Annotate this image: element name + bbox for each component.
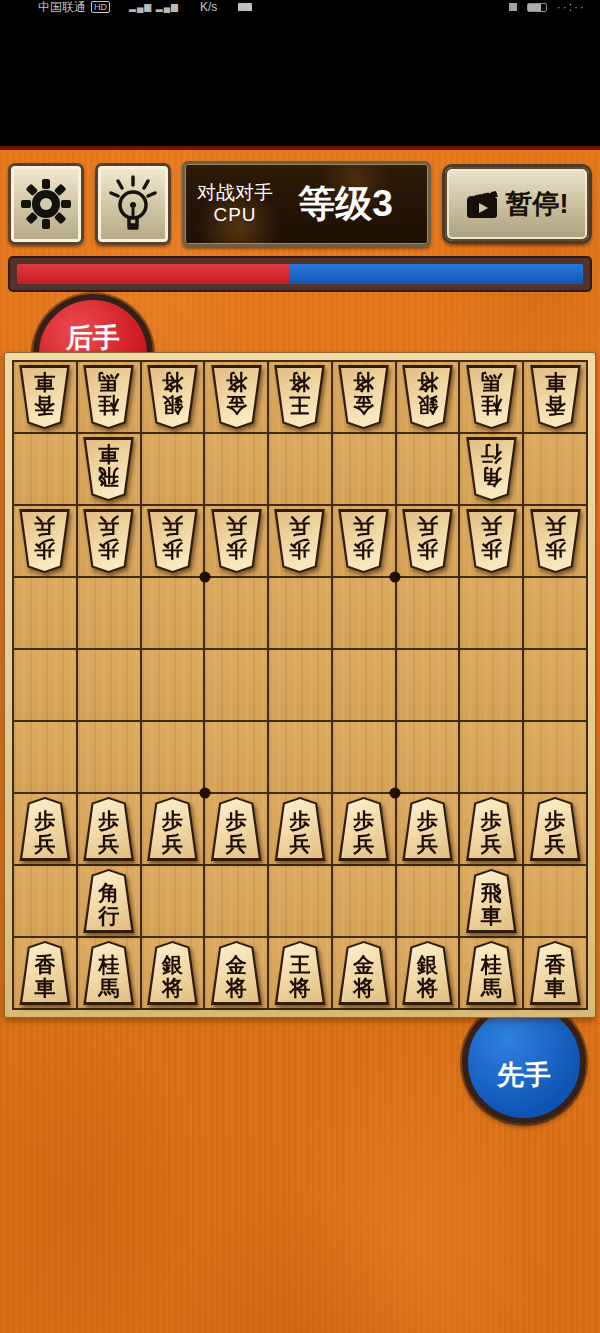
board-cell[interactable]: 歩兵 <box>333 506 395 576</box>
gote-piece-wrap: 銀将 <box>400 365 455 429</box>
board-cell[interactable]: 桂馬 <box>460 362 522 432</box>
board-cell[interactable] <box>460 650 522 720</box>
gote-piece-wrap: 歩兵 <box>81 509 136 573</box>
alarm-icon <box>509 3 517 11</box>
piece-character: 桂 <box>98 395 119 418</box>
board-cell[interactable]: 角行 <box>460 434 522 504</box>
shogi-piece-G[interactable]: 金将 <box>336 365 391 429</box>
shogi-piece-P[interactable]: 歩兵 <box>400 797 455 861</box>
piece-character: 将 <box>226 976 247 999</box>
board-cell[interactable] <box>269 650 331 720</box>
shogi-piece-S[interactable]: 銀将 <box>400 365 455 429</box>
piece-character: 車 <box>34 976 55 999</box>
battery-icon <box>527 3 547 12</box>
clapperboard-icon <box>466 188 500 220</box>
shogi-piece-P[interactable]: 歩兵 <box>528 797 583 861</box>
shogi-piece-P[interactable]: 歩兵 <box>464 509 519 573</box>
shogi-piece-L[interactable]: 香車 <box>528 941 583 1005</box>
board-cell[interactable]: 歩兵 <box>460 506 522 576</box>
piece-character: 歩 <box>98 809 119 832</box>
board-cell[interactable] <box>78 578 140 648</box>
piece-character: 車 <box>481 904 502 927</box>
piece-character: 銀 <box>417 395 438 418</box>
shogi-piece-B[interactable]: 角行 <box>81 869 136 933</box>
board-cell[interactable]: 歩兵 <box>78 506 140 576</box>
piece-character: 香 <box>545 953 566 976</box>
sente-piece-wrap: 歩兵 <box>528 797 583 861</box>
signal-bars-icon: ▂▄▆ ▂▄▆ <box>129 2 179 12</box>
gote-piece-wrap: 香車 <box>528 365 583 429</box>
shogi-piece-P[interactable]: 歩兵 <box>336 797 391 861</box>
opponent-label: 对战对手 <box>197 182 273 204</box>
sente-piece-wrap: 銀将 <box>145 941 200 1005</box>
gote-piece-wrap: 金将 <box>336 365 391 429</box>
gote-piece-wrap: 飛車 <box>81 437 136 501</box>
hint-button[interactable] <box>95 163 171 245</box>
piece-character: 桂 <box>481 953 502 976</box>
sente-piece-wrap: 歩兵 <box>400 797 455 861</box>
board-cell[interactable] <box>397 434 459 504</box>
board-cell[interactable]: 香車 <box>14 938 76 1008</box>
board-cell[interactable] <box>460 578 522 648</box>
board-cell[interactable] <box>205 866 267 936</box>
shogi-piece-L[interactable]: 香車 <box>528 365 583 429</box>
piece-character: 兵 <box>353 832 374 855</box>
shogi-board-frame: 香車桂馬銀将金将王将金将銀将桂馬香車飛車角行歩兵歩兵歩兵歩兵歩兵歩兵歩兵歩兵歩兵… <box>4 352 596 1018</box>
piece-character: 兵 <box>226 516 247 539</box>
piece-character: 兵 <box>98 516 119 539</box>
board-cell[interactable] <box>524 650 586 720</box>
piece-character: 歩 <box>417 809 438 832</box>
shogi-piece-P[interactable]: 歩兵 <box>145 509 200 573</box>
carrier-label: 中国联通 <box>38 0 86 16</box>
shogi-piece-P[interactable]: 歩兵 <box>272 797 327 861</box>
board-cell[interactable]: 王将 <box>269 362 331 432</box>
piece-character: 将 <box>226 372 247 395</box>
evaluation-red-segment <box>17 264 289 284</box>
piece-character: 歩 <box>353 539 374 562</box>
lightbulb-icon <box>106 175 160 233</box>
board-cell[interactable]: 歩兵 <box>333 794 395 864</box>
shogi-piece-N[interactable]: 桂馬 <box>464 365 519 429</box>
piece-character: 将 <box>417 372 438 395</box>
gear-icon <box>20 178 72 230</box>
shogi-piece-P[interactable]: 歩兵 <box>81 509 136 573</box>
shogi-board: 香車桂馬銀将金将王将金将銀将桂馬香車飛車角行歩兵歩兵歩兵歩兵歩兵歩兵歩兵歩兵歩兵… <box>12 360 588 1010</box>
piece-character: 金 <box>353 953 374 976</box>
piece-character: 角 <box>481 467 502 490</box>
piece-character: 歩 <box>289 539 310 562</box>
board-cell[interactable]: 桂馬 <box>78 362 140 432</box>
piece-character: 飛 <box>481 881 502 904</box>
gote-piece-wrap: 金将 <box>209 365 264 429</box>
shogi-piece-G[interactable]: 金将 <box>209 365 264 429</box>
status-misc-icon <box>238 3 252 11</box>
shogi-piece-N[interactable]: 桂馬 <box>81 365 136 429</box>
piece-character: 銀 <box>417 953 438 976</box>
board-cell[interactable]: 歩兵 <box>205 794 267 864</box>
board-cell[interactable] <box>269 578 331 648</box>
piece-character: 歩 <box>226 539 247 562</box>
cpu-level-label: 等级3 <box>273 179 418 229</box>
opponent-type-label: CPU <box>197 204 273 226</box>
board-cell[interactable] <box>397 722 459 792</box>
piece-character: 将 <box>289 976 310 999</box>
board-cell[interactable]: 金将 <box>205 362 267 432</box>
board-cell[interactable] <box>524 578 586 648</box>
board-cell[interactable] <box>142 650 204 720</box>
shogi-piece-P[interactable]: 歩兵 <box>272 509 327 573</box>
sente-piece-wrap: 銀将 <box>400 941 455 1005</box>
board-cell[interactable] <box>397 866 459 936</box>
piece-character: 将 <box>353 372 374 395</box>
piece-character: 金 <box>353 395 374 418</box>
board-cell[interactable]: 香車 <box>14 362 76 432</box>
gote-piece-wrap: 歩兵 <box>17 509 72 573</box>
sente-piece-wrap: 香車 <box>17 941 72 1005</box>
sente-piece-wrap: 角行 <box>81 869 136 933</box>
board-cell[interactable] <box>524 866 586 936</box>
piece-character: 歩 <box>417 539 438 562</box>
opponent-info-panel: 对战对手 CPU 等级3 <box>182 161 431 247</box>
board-cell[interactable] <box>14 866 76 936</box>
shogi-piece-N[interactable]: 桂馬 <box>464 941 519 1005</box>
board-cell[interactable]: 飛車 <box>78 434 140 504</box>
piece-character: 歩 <box>34 809 55 832</box>
board-cell[interactable]: 歩兵 <box>142 794 204 864</box>
board-cell[interactable] <box>333 866 395 936</box>
shogi-piece-G[interactable]: 金将 <box>336 941 391 1005</box>
board-cell[interactable]: 金将 <box>333 362 395 432</box>
gote-piece-wrap: 銀将 <box>145 365 200 429</box>
sente-piece-wrap: 歩兵 <box>81 797 136 861</box>
board-cell[interactable]: 香車 <box>524 362 586 432</box>
board-cell[interactable]: 歩兵 <box>269 506 331 576</box>
piece-character: 歩 <box>545 809 566 832</box>
hd-badge: HD <box>91 1 110 13</box>
piece-character: 兵 <box>34 516 55 539</box>
piece-character: 角 <box>98 881 119 904</box>
board-cell[interactable]: 金将 <box>333 938 395 1008</box>
piece-character: 兵 <box>98 832 119 855</box>
piece-character: 歩 <box>481 809 502 832</box>
piece-character: 飛 <box>98 467 119 490</box>
piece-character: 兵 <box>289 516 310 539</box>
shogi-piece-L[interactable]: 香車 <box>17 941 72 1005</box>
board-cell[interactable]: 歩兵 <box>524 506 586 576</box>
piece-character: 馬 <box>98 372 119 395</box>
header-toolbar: 对战对手 CPU 等级3 暂停! <box>0 160 600 248</box>
shogi-piece-G[interactable]: 金将 <box>209 941 264 1005</box>
board-cell[interactable] <box>333 578 395 648</box>
board-cell[interactable] <box>142 434 204 504</box>
board-cell[interactable] <box>142 722 204 792</box>
piece-character: 歩 <box>34 539 55 562</box>
board-cell[interactable] <box>205 578 267 648</box>
piece-character: 歩 <box>98 539 119 562</box>
board-cell[interactable] <box>269 434 331 504</box>
sente-piece-wrap: 歩兵 <box>272 797 327 861</box>
statusbar-divider <box>0 146 600 150</box>
piece-character: 車 <box>545 372 566 395</box>
board-cell[interactable] <box>333 650 395 720</box>
sente-piece-wrap: 金将 <box>336 941 391 1005</box>
piece-character: 香 <box>34 395 55 418</box>
board-cell[interactable] <box>397 578 459 648</box>
sente-label: 先手 <box>497 1057 551 1093</box>
piece-character: 将 <box>289 372 310 395</box>
pause-button[interactable]: 暂停! <box>442 164 592 244</box>
shogi-piece-P[interactable]: 歩兵 <box>209 797 264 861</box>
shogi-piece-S[interactable]: 銀将 <box>145 941 200 1005</box>
piece-character: 歩 <box>289 809 310 832</box>
board-cell[interactable]: 銀将 <box>142 938 204 1008</box>
gote-piece-wrap: 桂馬 <box>81 365 136 429</box>
piece-character: 将 <box>417 976 438 999</box>
sente-piece-wrap: 王将 <box>272 941 327 1005</box>
board-cell[interactable] <box>205 722 267 792</box>
board-cell[interactable]: 飛車 <box>460 866 522 936</box>
shogi-piece-P[interactable]: 歩兵 <box>17 797 72 861</box>
shogi-piece-P[interactable]: 歩兵 <box>464 797 519 861</box>
board-cell[interactable] <box>524 722 586 792</box>
shogi-piece-P[interactable]: 歩兵 <box>336 509 391 573</box>
piece-character: 将 <box>353 976 374 999</box>
evaluation-bar <box>8 256 592 292</box>
board-cell[interactable] <box>333 434 395 504</box>
sente-player-badge: 先手 <box>462 1000 586 1124</box>
gote-piece-wrap: 王将 <box>272 365 327 429</box>
piece-character: 王 <box>289 395 310 418</box>
piece-character: 馬 <box>481 372 502 395</box>
piece-character: 歩 <box>226 809 247 832</box>
piece-character: 兵 <box>162 832 183 855</box>
piece-character: 歩 <box>481 539 502 562</box>
board-cell[interactable]: 銀将 <box>142 362 204 432</box>
board-cell[interactable] <box>14 434 76 504</box>
board-cell[interactable] <box>14 650 76 720</box>
piece-character: 兵 <box>417 832 438 855</box>
board-cell[interactable]: 銀将 <box>397 938 459 1008</box>
board-cell[interactable] <box>14 722 76 792</box>
piece-character: 兵 <box>481 832 502 855</box>
piece-character: 将 <box>162 372 183 395</box>
piece-character: 銀 <box>162 953 183 976</box>
piece-character: 銀 <box>162 395 183 418</box>
board-cell[interactable]: 歩兵 <box>524 794 586 864</box>
piece-character: 車 <box>545 976 566 999</box>
shogi-piece-P[interactable]: 歩兵 <box>81 797 136 861</box>
gote-piece-wrap: 歩兵 <box>464 509 519 573</box>
piece-character: 兵 <box>226 832 247 855</box>
board-cell[interactable]: 銀将 <box>397 362 459 432</box>
sente-piece-wrap: 歩兵 <box>464 797 519 861</box>
sente-piece-wrap: 金将 <box>209 941 264 1005</box>
sente-piece-wrap: 飛車 <box>464 869 519 933</box>
board-cell[interactable]: 金将 <box>205 938 267 1008</box>
status-bar: 中国联通 HD ▂▄▆ ▂▄▆ K/s ··:·· <box>0 0 600 150</box>
shogi-piece-N[interactable]: 桂馬 <box>81 941 136 1005</box>
gote-piece-wrap: 香車 <box>17 365 72 429</box>
board-cell[interactable]: 桂馬 <box>460 938 522 1008</box>
gote-piece-wrap: 歩兵 <box>400 509 455 573</box>
board-cell[interactable]: 歩兵 <box>14 506 76 576</box>
piece-character: 行 <box>98 904 119 927</box>
board-cell[interactable]: 歩兵 <box>142 506 204 576</box>
shogi-piece-P[interactable]: 歩兵 <box>528 509 583 573</box>
piece-character: 兵 <box>162 516 183 539</box>
board-cell[interactable] <box>269 722 331 792</box>
board-cell[interactable]: 香車 <box>524 938 586 1008</box>
piece-character: 兵 <box>481 516 502 539</box>
board-cell[interactable] <box>14 578 76 648</box>
board-cell[interactable]: 歩兵 <box>460 794 522 864</box>
shogi-piece-K[interactable]: 王将 <box>272 941 327 1005</box>
sente-piece-wrap: 歩兵 <box>209 797 264 861</box>
piece-character: 兵 <box>545 832 566 855</box>
piece-character: 兵 <box>289 832 310 855</box>
board-cell[interactable] <box>397 650 459 720</box>
gote-piece-wrap: 角行 <box>464 437 519 501</box>
board-cell[interactable] <box>205 650 267 720</box>
piece-character: 歩 <box>162 539 183 562</box>
gote-piece-wrap: 歩兵 <box>336 509 391 573</box>
gote-piece-wrap: 歩兵 <box>528 509 583 573</box>
shogi-piece-S[interactable]: 銀将 <box>145 365 200 429</box>
piece-character: 香 <box>34 953 55 976</box>
settings-button[interactable] <box>8 163 84 245</box>
board-cell[interactable] <box>78 722 140 792</box>
piece-character: 行 <box>481 444 502 467</box>
board-cell[interactable] <box>269 866 331 936</box>
piece-character: 歩 <box>162 809 183 832</box>
piece-character: 金 <box>226 395 247 418</box>
piece-character: 兵 <box>545 516 566 539</box>
clock-label: ··:·· <box>557 0 586 14</box>
shogi-piece-R[interactable]: 飛車 <box>464 869 519 933</box>
board-cell[interactable] <box>205 434 267 504</box>
sente-piece-wrap: 桂馬 <box>81 941 136 1005</box>
sente-piece-wrap: 桂馬 <box>464 941 519 1005</box>
gote-piece-wrap: 桂馬 <box>464 365 519 429</box>
board-cell[interactable]: 歩兵 <box>78 794 140 864</box>
sente-piece-wrap: 歩兵 <box>17 797 72 861</box>
piece-character: 桂 <box>481 395 502 418</box>
evaluation-blue-segment <box>289 264 583 284</box>
board-cell[interactable] <box>142 578 204 648</box>
piece-character: 車 <box>98 444 119 467</box>
shogi-piece-P[interactable]: 歩兵 <box>209 509 264 573</box>
piece-character: 金 <box>226 953 247 976</box>
board-cell[interactable]: 角行 <box>78 866 140 936</box>
shogi-piece-S[interactable]: 銀将 <box>400 941 455 1005</box>
sente-piece-wrap: 香車 <box>528 941 583 1005</box>
gote-piece-wrap: 歩兵 <box>272 509 327 573</box>
piece-character: 兵 <box>417 516 438 539</box>
board-cell[interactable] <box>333 722 395 792</box>
shogi-piece-L[interactable]: 香車 <box>17 365 72 429</box>
shogi-piece-P[interactable]: 歩兵 <box>145 797 200 861</box>
shogi-piece-P[interactable]: 歩兵 <box>400 509 455 573</box>
piece-character: 歩 <box>545 539 566 562</box>
piece-character: 桂 <box>98 953 119 976</box>
board-cell[interactable] <box>78 650 140 720</box>
board-cell[interactable] <box>524 434 586 504</box>
board-cell[interactable]: 歩兵 <box>269 794 331 864</box>
shogi-piece-R[interactable]: 飛車 <box>81 437 136 501</box>
sente-piece-wrap: 歩兵 <box>145 797 200 861</box>
piece-character: 馬 <box>98 976 119 999</box>
piece-character: 車 <box>34 372 55 395</box>
network-speed-label: K/s <box>200 0 217 14</box>
piece-character: 香 <box>545 395 566 418</box>
shogi-piece-B[interactable]: 角行 <box>464 437 519 501</box>
board-cell[interactable]: 王将 <box>269 938 331 1008</box>
piece-character: 歩 <box>353 809 374 832</box>
gote-piece-wrap: 歩兵 <box>145 509 200 573</box>
gote-label: 后手 <box>66 320 120 356</box>
gote-piece-wrap: 歩兵 <box>209 509 264 573</box>
board-cell[interactable]: 歩兵 <box>14 794 76 864</box>
piece-character: 兵 <box>34 832 55 855</box>
board-cell[interactable] <box>142 866 204 936</box>
board-cell[interactable]: 桂馬 <box>78 938 140 1008</box>
shogi-piece-P[interactable]: 歩兵 <box>17 509 72 573</box>
sente-piece-wrap: 歩兵 <box>336 797 391 861</box>
board-cell[interactable]: 歩兵 <box>397 794 459 864</box>
piece-character: 王 <box>289 953 310 976</box>
piece-character: 馬 <box>481 976 502 999</box>
board-cell[interactable]: 歩兵 <box>205 506 267 576</box>
piece-character: 兵 <box>353 516 374 539</box>
board-cell[interactable] <box>460 722 522 792</box>
shogi-piece-K[interactable]: 王将 <box>272 365 327 429</box>
pause-label: 暂停! <box>506 186 569 222</box>
board-cell[interactable]: 歩兵 <box>397 506 459 576</box>
piece-character: 将 <box>162 976 183 999</box>
